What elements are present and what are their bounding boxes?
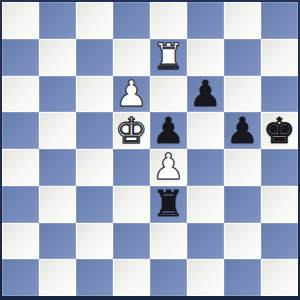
square-b4[interactable] [39, 149, 76, 186]
square-b1[interactable] [39, 259, 76, 296]
square-h3[interactable] [261, 186, 298, 223]
square-g8[interactable] [224, 2, 261, 39]
square-f8[interactable] [187, 2, 224, 39]
square-a6[interactable] [2, 76, 39, 113]
square-a8[interactable] [2, 2, 39, 39]
square-e7[interactable]: ♜ [150, 39, 187, 76]
square-g5[interactable]: ♟ [224, 112, 261, 149]
square-b2[interactable] [39, 223, 76, 260]
square-e6[interactable] [150, 76, 187, 113]
square-d1[interactable] [113, 259, 150, 296]
square-f2[interactable] [187, 223, 224, 260]
square-d5[interactable]: ♚ [113, 112, 150, 149]
square-f3[interactable] [187, 186, 224, 223]
square-e8[interactable] [150, 2, 187, 39]
square-g6[interactable] [224, 76, 261, 113]
square-c7[interactable] [76, 39, 113, 76]
chessboard-frame: ♜♟♟♚♟♟♚♟♜ [0, 0, 300, 300]
square-g3[interactable] [224, 186, 261, 223]
square-e3[interactable]: ♜ [150, 186, 187, 223]
square-b7[interactable] [39, 39, 76, 76]
square-h6[interactable] [261, 76, 298, 113]
square-h2[interactable] [261, 223, 298, 260]
black-pawn[interactable]: ♟ [152, 113, 184, 149]
square-d8[interactable] [113, 2, 150, 39]
square-b8[interactable] [39, 2, 76, 39]
square-e2[interactable] [150, 223, 187, 260]
square-f5[interactable] [187, 112, 224, 149]
square-f7[interactable] [187, 39, 224, 76]
square-g7[interactable] [224, 39, 261, 76]
square-g1[interactable] [224, 259, 261, 296]
square-b6[interactable] [39, 76, 76, 113]
square-h1[interactable] [261, 259, 298, 296]
white-pawn[interactable]: ♟ [152, 149, 184, 185]
square-d2[interactable] [113, 223, 150, 260]
square-a7[interactable] [2, 39, 39, 76]
square-f6[interactable]: ♟ [187, 76, 224, 113]
square-f4[interactable] [187, 149, 224, 186]
square-a4[interactable] [2, 149, 39, 186]
square-c1[interactable] [76, 259, 113, 296]
white-pawn[interactable]: ♟ [115, 76, 147, 112]
square-d7[interactable] [113, 39, 150, 76]
square-c5[interactable] [76, 112, 113, 149]
square-g4[interactable] [224, 149, 261, 186]
white-rook[interactable]: ♜ [152, 39, 184, 75]
square-e4[interactable]: ♟ [150, 149, 187, 186]
square-h7[interactable] [261, 39, 298, 76]
square-c3[interactable] [76, 186, 113, 223]
square-c8[interactable] [76, 2, 113, 39]
square-h5[interactable]: ♚ [261, 112, 298, 149]
square-c2[interactable] [76, 223, 113, 260]
square-c6[interactable] [76, 76, 113, 113]
square-c4[interactable] [76, 149, 113, 186]
square-a3[interactable] [2, 186, 39, 223]
black-rook[interactable]: ♜ [152, 186, 184, 222]
black-pawn[interactable]: ♟ [189, 76, 221, 112]
square-h4[interactable] [261, 149, 298, 186]
square-b3[interactable] [39, 186, 76, 223]
black-king[interactable]: ♚ [263, 113, 295, 149]
square-d6[interactable]: ♟ [113, 76, 150, 113]
square-a1[interactable] [2, 259, 39, 296]
chessboard: ♜♟♟♚♟♟♚♟♜ [2, 2, 298, 296]
square-e5[interactable]: ♟ [150, 112, 187, 149]
square-e1[interactable] [150, 259, 187, 296]
square-d4[interactable] [113, 149, 150, 186]
square-f1[interactable] [187, 259, 224, 296]
square-d3[interactable] [113, 186, 150, 223]
square-a5[interactable] [2, 112, 39, 149]
square-b5[interactable] [39, 112, 76, 149]
square-a2[interactable] [2, 223, 39, 260]
square-h8[interactable] [261, 2, 298, 39]
white-king[interactable]: ♚ [115, 113, 147, 149]
square-g2[interactable] [224, 223, 261, 260]
black-pawn[interactable]: ♟ [226, 113, 258, 149]
